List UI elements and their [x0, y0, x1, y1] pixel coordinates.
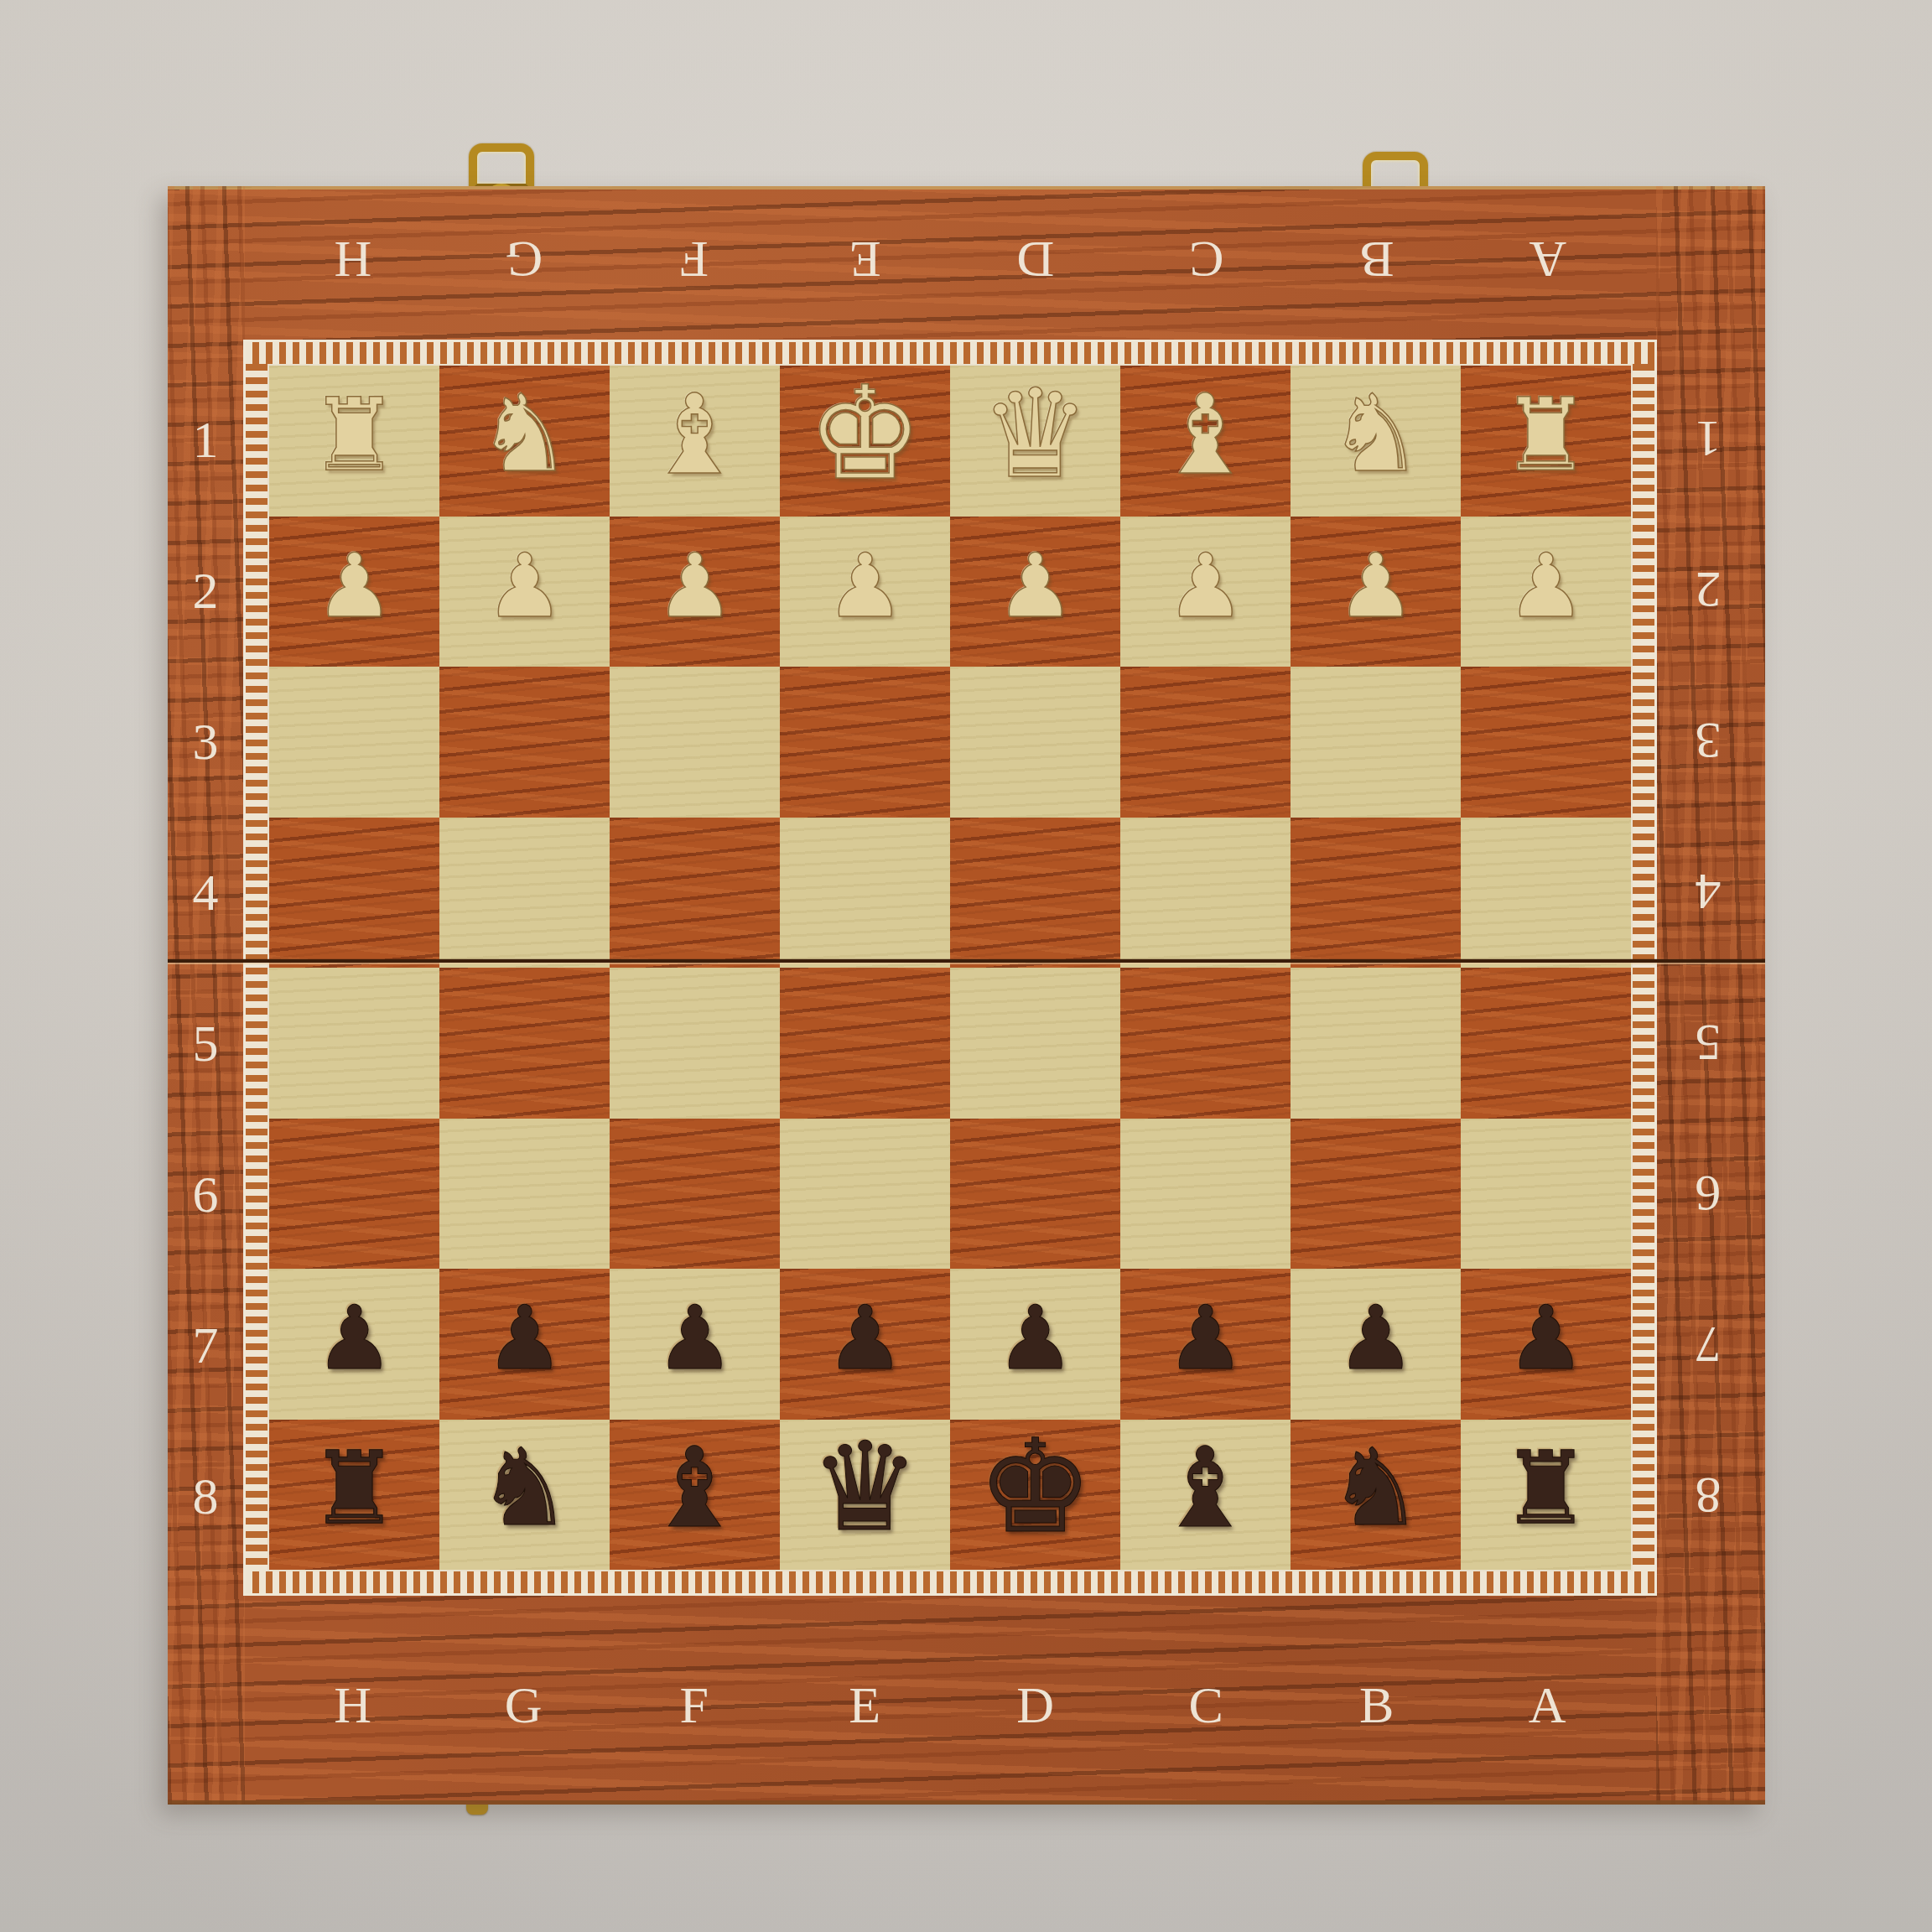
piece-white-queen[interactable]: ♛: [980, 372, 1090, 495]
square-a6[interactable]: [1461, 1119, 1631, 1270]
piece-black-pawn[interactable]: ♟: [655, 1295, 734, 1383]
square-d3[interactable]: [950, 667, 1120, 818]
square-f5[interactable]: [610, 968, 780, 1119]
square-b5[interactable]: [1291, 968, 1461, 1119]
file-top-label-c: C: [1121, 210, 1292, 310]
square-d4[interactable]: [950, 818, 1120, 969]
rank-left-label-8: 8: [173, 1420, 238, 1571]
piece-black-king[interactable]: ♚: [977, 1422, 1093, 1551]
rank-right-label-5: 5: [1675, 968, 1741, 1119]
square-e2[interactable]: ♟: [780, 517, 950, 667]
piece-white-bishop[interactable]: ♝: [1156, 379, 1254, 490]
square-c2[interactable]: ♟: [1120, 517, 1291, 667]
piece-black-knight[interactable]: ♞: [1328, 1435, 1424, 1541]
square-g1[interactable]: ♞: [439, 366, 610, 517]
file-top-label-h: H: [267, 210, 439, 310]
file-bottom-label-e: E: [780, 1642, 951, 1768]
square-f7[interactable]: ♟: [610, 1269, 780, 1420]
rank-left-label-1: 1: [173, 364, 238, 515]
square-d1[interactable]: ♛: [950, 366, 1120, 517]
file-top-label-g: G: [439, 210, 610, 310]
piece-white-knight[interactable]: ♞: [477, 382, 573, 488]
file-labels-top: HGFEDCBA: [267, 210, 1633, 310]
square-a1[interactable]: ♜: [1461, 366, 1631, 517]
square-a4[interactable]: [1461, 818, 1631, 969]
square-g6[interactable]: [439, 1119, 610, 1270]
rank-right-label-6: 6: [1675, 1119, 1741, 1270]
file-top-label-d: D: [950, 210, 1121, 310]
square-e7[interactable]: ♟: [780, 1269, 950, 1420]
square-g2[interactable]: ♟: [439, 517, 610, 667]
square-a8[interactable]: ♜: [1461, 1420, 1631, 1571]
piece-white-pawn[interactable]: ♟: [1506, 542, 1585, 630]
board-grid: ♜♞♝♚♛♝♞♜♟♟♟♟♟♟♟♟♟♟♟♟♟♟♟♟♜♞♝♛♚♝♞♜: [267, 364, 1633, 1571]
square-b6[interactable]: [1291, 1119, 1461, 1270]
square-d5[interactable]: [950, 968, 1120, 1119]
square-h6[interactable]: [269, 1119, 439, 1270]
square-h4[interactable]: [269, 818, 439, 969]
rank-right-label-3: 3: [1675, 666, 1741, 817]
square-a5[interactable]: [1461, 968, 1631, 1119]
square-f1[interactable]: ♝: [610, 366, 780, 517]
square-e5[interactable]: [780, 968, 950, 1119]
piece-black-pawn[interactable]: ♟: [1336, 1295, 1415, 1383]
playing-area: ♜♞♝♚♛♝♞♜♟♟♟♟♟♟♟♟♟♟♟♟♟♟♟♟♜♞♝♛♚♝♞♜: [243, 340, 1657, 1596]
piece-black-bishop[interactable]: ♝: [1156, 1432, 1254, 1543]
square-d2[interactable]: ♟: [950, 517, 1120, 667]
file-labels-bottom: HGFEDCBA: [267, 1642, 1633, 1768]
square-h2[interactable]: ♟: [269, 517, 439, 667]
board-fold-seam: [168, 958, 1765, 965]
square-b3[interactable]: [1291, 667, 1461, 818]
inlay-ribbon-right: [1633, 364, 1654, 1571]
piece-black-pawn[interactable]: ♟: [314, 1295, 393, 1383]
square-h7[interactable]: ♟: [269, 1269, 439, 1420]
square-e3[interactable]: [780, 667, 950, 818]
file-bottom-label-h: H: [267, 1642, 439, 1768]
rank-left-label-5: 5: [173, 968, 238, 1119]
square-b1[interactable]: ♞: [1291, 366, 1461, 517]
square-c7[interactable]: ♟: [1120, 1269, 1291, 1420]
square-h1[interactable]: ♜: [269, 366, 439, 517]
square-g5[interactable]: [439, 968, 610, 1119]
square-c3[interactable]: [1120, 667, 1291, 818]
piece-white-pawn[interactable]: ♟: [825, 542, 904, 630]
file-top-label-e: E: [780, 210, 951, 310]
square-f8[interactable]: ♝: [610, 1420, 780, 1571]
square-g8[interactable]: ♞: [439, 1420, 610, 1571]
square-e1[interactable]: ♚: [780, 366, 950, 517]
piece-white-rook[interactable]: ♜: [309, 385, 400, 486]
file-bottom-label-c: C: [1121, 1642, 1292, 1768]
rank-left-label-7: 7: [173, 1270, 238, 1420]
square-h3[interactable]: [269, 667, 439, 818]
square-g3[interactable]: [439, 667, 610, 818]
piece-black-pawn[interactable]: ♟: [825, 1295, 904, 1383]
inlay-ribbon-left: [246, 364, 267, 1571]
rank-left-label-3: 3: [173, 666, 238, 817]
rank-left-label-6: 6: [173, 1119, 238, 1270]
piece-black-rook[interactable]: ♜: [1501, 1438, 1592, 1539]
piece-white-pawn[interactable]: ♟: [314, 542, 393, 630]
square-b4[interactable]: [1291, 818, 1461, 969]
square-g7[interactable]: ♟: [439, 1269, 610, 1420]
piece-white-pawn[interactable]: ♟: [995, 542, 1074, 630]
square-f4[interactable]: [610, 818, 780, 969]
square-g4[interactable]: [439, 818, 610, 969]
square-a2[interactable]: ♟: [1461, 517, 1631, 667]
rank-labels-right: 12345678: [1675, 364, 1741, 1571]
rank-labels-left: 12345678: [173, 364, 238, 1571]
file-bottom-label-b: B: [1291, 1642, 1462, 1768]
square-c1[interactable]: ♝: [1120, 366, 1291, 517]
file-top-label-b: B: [1291, 210, 1462, 310]
square-a7[interactable]: ♟: [1461, 1269, 1631, 1420]
square-f3[interactable]: [610, 667, 780, 818]
square-f6[interactable]: [610, 1119, 780, 1270]
piece-black-pawn[interactable]: ♟: [485, 1295, 563, 1383]
square-b8[interactable]: ♞: [1291, 1420, 1461, 1571]
piece-black-queen[interactable]: ♛: [810, 1426, 920, 1548]
square-d6[interactable]: [950, 1119, 1120, 1270]
square-d7[interactable]: ♟: [950, 1269, 1120, 1420]
square-f2[interactable]: ♟: [610, 517, 780, 667]
chess-board: HGFEDCBA HGFEDCBA 12345678 12345678 ♜♞♝♚…: [168, 186, 1765, 1805]
piece-white-pawn[interactable]: ♟: [1166, 542, 1244, 630]
piece-white-pawn[interactable]: ♟: [485, 542, 563, 630]
square-c5[interactable]: [1120, 968, 1291, 1119]
square-d8[interactable]: ♚: [950, 1420, 1120, 1571]
inlay-ribbon-top: [246, 342, 1654, 364]
rank-left-label-2: 2: [173, 515, 238, 666]
photo-background: HGFEDCBA HGFEDCBA 12345678 12345678 ♜♞♝♚…: [0, 0, 1932, 1932]
piece-white-knight[interactable]: ♞: [1328, 382, 1424, 488]
rank-right-label-7: 7: [1675, 1270, 1741, 1420]
piece-black-bishop[interactable]: ♝: [645, 1432, 744, 1543]
rank-right-label-1: 1: [1675, 364, 1741, 515]
file-bottom-label-f: F: [609, 1642, 780, 1768]
piece-white-king[interactable]: ♚: [807, 369, 922, 498]
square-h5[interactable]: [269, 968, 439, 1119]
square-c6[interactable]: [1120, 1119, 1291, 1270]
piece-white-rook[interactable]: ♜: [1501, 385, 1592, 486]
piece-white-pawn[interactable]: ♟: [1336, 542, 1415, 630]
inlay-ribbon-bottom: [246, 1571, 1654, 1593]
square-a3[interactable]: [1461, 667, 1631, 818]
rank-right-label-8: 8: [1675, 1420, 1741, 1571]
piece-black-knight[interactable]: ♞: [477, 1435, 573, 1541]
piece-white-bishop[interactable]: ♝: [645, 379, 744, 490]
piece-black-rook[interactable]: ♜: [309, 1438, 400, 1539]
piece-black-pawn[interactable]: ♟: [1506, 1295, 1585, 1383]
square-e4[interactable]: [780, 818, 950, 969]
square-c8[interactable]: ♝: [1120, 1420, 1291, 1571]
brass-hinge-left-icon: [469, 143, 534, 192]
piece-black-pawn[interactable]: ♟: [1166, 1295, 1244, 1383]
square-h8[interactable]: ♜: [269, 1420, 439, 1571]
rank-right-label-4: 4: [1675, 817, 1741, 968]
rank-right-label-2: 2: [1675, 515, 1741, 666]
file-bottom-label-g: G: [439, 1642, 610, 1768]
file-bottom-label-a: A: [1462, 1642, 1633, 1768]
file-top-label-a: A: [1462, 210, 1633, 310]
square-b2[interactable]: ♟: [1291, 517, 1461, 667]
square-c4[interactable]: [1120, 818, 1291, 969]
piece-black-pawn[interactable]: ♟: [995, 1295, 1074, 1383]
file-top-label-f: F: [609, 210, 780, 310]
file-bottom-label-d: D: [950, 1642, 1121, 1768]
piece-white-pawn[interactable]: ♟: [655, 542, 734, 630]
rank-left-label-4: 4: [173, 817, 238, 968]
square-e8[interactable]: ♛: [780, 1420, 950, 1571]
square-b7[interactable]: ♟: [1291, 1269, 1461, 1420]
square-e6[interactable]: [780, 1119, 950, 1270]
